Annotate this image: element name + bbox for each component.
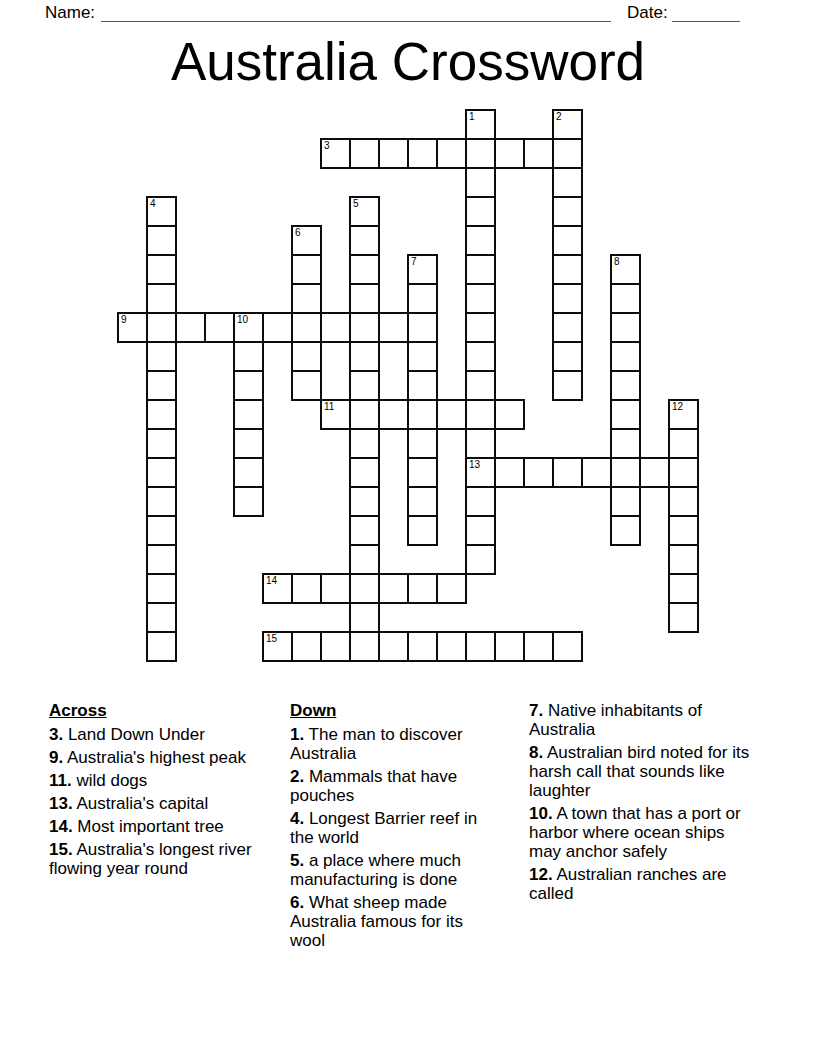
cell-r10c17[interactable] <box>610 399 641 430</box>
cell-r7c0[interactable]: 9 <box>117 312 148 343</box>
clue-item-number: 8. <box>529 743 543 762</box>
cell-r10c9[interactable] <box>378 399 409 430</box>
cell-r1c13[interactable] <box>494 138 525 169</box>
cell-r0c12[interactable]: 1 <box>465 109 496 140</box>
cell-r10c10[interactable] <box>407 399 438 430</box>
date-label: Date: <box>627 3 668 23</box>
clue-down-1: 1. The man to discover Australia <box>290 725 501 763</box>
clue-across-9: 9. Australia's highest peak <box>49 748 264 767</box>
cell-r5c6[interactable] <box>291 254 322 285</box>
cell-r8c6[interactable] <box>291 341 322 372</box>
clue-number: 3 <box>324 140 330 152</box>
clue-across-3: 3. Land Down Under <box>49 725 264 744</box>
cell-r6c15[interactable] <box>552 283 583 314</box>
cell-r8c12[interactable] <box>465 341 496 372</box>
cell-r7c17[interactable] <box>610 312 641 343</box>
cell-r6c10[interactable] <box>407 283 438 314</box>
cell-r16c10[interactable] <box>407 573 438 604</box>
cell-r13c17[interactable] <box>610 486 641 517</box>
clue-down-6: 6. What sheep made Australia famous for … <box>290 893 501 950</box>
cell-r12c15[interactable] <box>552 457 583 488</box>
cell-r10c12[interactable] <box>465 399 496 430</box>
cell-r4c1[interactable] <box>146 225 177 256</box>
clue-item-number: 7. <box>529 701 543 720</box>
cell-r18c7[interactable] <box>320 631 351 662</box>
cell-r13c1[interactable] <box>146 486 177 517</box>
cell-r1c9[interactable] <box>378 138 409 169</box>
cell-r16c8[interactable] <box>349 573 380 604</box>
cell-r4c15[interactable] <box>552 225 583 256</box>
cell-r10c11[interactable] <box>436 399 467 430</box>
cell-r7c8[interactable] <box>349 312 380 343</box>
cell-r17c8[interactable] <box>349 602 380 633</box>
cell-r1c10[interactable] <box>407 138 438 169</box>
cell-r12c1[interactable] <box>146 457 177 488</box>
clue-number: 6 <box>295 227 301 239</box>
cell-r1c15[interactable] <box>552 138 583 169</box>
cell-r11c10[interactable] <box>407 428 438 459</box>
cell-r5c17[interactable]: 8 <box>610 254 641 285</box>
cell-r6c8[interactable] <box>349 283 380 314</box>
clue-number: 13 <box>469 459 480 471</box>
clue-item-number: 4. <box>290 809 304 828</box>
cell-r14c10[interactable] <box>407 515 438 546</box>
cell-r18c10[interactable] <box>407 631 438 662</box>
cell-r4c8[interactable] <box>349 225 380 256</box>
clue-down-4: 4. Longest Barrier reef in the world <box>290 809 501 847</box>
cell-r5c15[interactable] <box>552 254 583 285</box>
down-clues-column-continued: 7. Native inhabitants of Australia8. Aus… <box>529 701 755 907</box>
down-clues-column: Down 1. The man to discover Australia2. … <box>290 701 501 954</box>
cell-r6c1[interactable] <box>146 283 177 314</box>
cell-r12c8[interactable] <box>349 457 380 488</box>
cell-r16c7[interactable] <box>320 573 351 604</box>
cell-r18c6[interactable] <box>291 631 322 662</box>
cell-r11c17[interactable] <box>610 428 641 459</box>
cell-r14c8[interactable] <box>349 515 380 546</box>
cell-r11c1[interactable] <box>146 428 177 459</box>
cell-r11c8[interactable] <box>349 428 380 459</box>
page-title: Australia Crossword <box>0 31 816 92</box>
cell-r17c1[interactable] <box>146 602 177 633</box>
cell-r12c14[interactable] <box>523 457 554 488</box>
clue-item-number: 5. <box>290 851 304 870</box>
cell-r13c19[interactable] <box>668 486 699 517</box>
clue-across-15: 15. Australia's longest river flowing ye… <box>49 840 264 878</box>
clue-down-7: 7. Native inhabitants of Australia <box>529 701 755 739</box>
cell-r18c1[interactable] <box>146 631 177 662</box>
cell-r7c4[interactable]: 10 <box>233 312 264 343</box>
cell-r1c14[interactable] <box>523 138 554 169</box>
clue-item-number: 15. <box>49 840 73 859</box>
across-clue-list: 3. Land Down Under9. Australia's highest… <box>49 725 264 878</box>
cell-r14c12[interactable] <box>465 515 496 546</box>
clue-down-8: 8. Australian bird noted for its harsh c… <box>529 743 755 800</box>
cell-r0c15[interactable]: 2 <box>552 109 583 140</box>
cell-r18c11[interactable] <box>436 631 467 662</box>
clue-number: 1 <box>469 111 475 123</box>
cell-r1c11[interactable] <box>436 138 467 169</box>
cell-r10c8[interactable] <box>349 399 380 430</box>
cell-r1c7[interactable]: 3 <box>320 138 351 169</box>
cell-r12c18[interactable] <box>639 457 670 488</box>
clue-number: 9 <box>121 314 127 326</box>
cell-r9c6[interactable] <box>291 370 322 401</box>
cell-r8c1[interactable] <box>146 341 177 372</box>
clue-down-2: 2. Mammals that have pouches <box>290 767 501 805</box>
cell-r12c16[interactable] <box>581 457 612 488</box>
clue-number: 4 <box>150 198 156 210</box>
cell-r9c17[interactable] <box>610 370 641 401</box>
clue-down-12: 12. Australian ranches are called <box>529 865 755 903</box>
name-label: Name: <box>45 3 95 23</box>
cell-r4c6[interactable]: 6 <box>291 225 322 256</box>
cell-r18c8[interactable] <box>349 631 380 662</box>
cell-r17c19[interactable] <box>668 602 699 633</box>
cell-r18c12[interactable] <box>465 631 496 662</box>
cell-r2c15[interactable] <box>552 167 583 198</box>
cell-r3c1[interactable]: 4 <box>146 196 177 227</box>
cell-r9c10[interactable] <box>407 370 438 401</box>
cell-r9c1[interactable] <box>146 370 177 401</box>
cell-r3c15[interactable] <box>552 196 583 227</box>
clue-number: 10 <box>237 314 248 326</box>
clue-across-13: 13. Australia's capital <box>49 794 264 813</box>
clue-item-number: 1. <box>290 725 304 744</box>
down-heading: Down <box>290 701 501 720</box>
clue-number: 5 <box>353 198 359 210</box>
cell-r10c19[interactable]: 12 <box>668 399 699 430</box>
clue-down-10: 10. A town that has a port or harbor whe… <box>529 804 755 861</box>
down-clue-list-right: 7. Native inhabitants of Australia8. Aus… <box>529 701 755 903</box>
cell-r18c15[interactable] <box>552 631 583 662</box>
cell-r10c4[interactable] <box>233 399 264 430</box>
cell-r13c4[interactable] <box>233 486 264 517</box>
cell-r11c4[interactable] <box>233 428 264 459</box>
cell-r12c12[interactable]: 13 <box>465 457 496 488</box>
date-field-line[interactable] <box>672 4 740 22</box>
cell-r16c11[interactable] <box>436 573 467 604</box>
clue-item-number: 12. <box>529 865 553 884</box>
clue-item-number: 11. <box>49 771 72 790</box>
cell-r16c9[interactable] <box>378 573 409 604</box>
cell-r8c10[interactable] <box>407 341 438 372</box>
cell-r9c12[interactable] <box>465 370 496 401</box>
cell-r6c6[interactable] <box>291 283 322 314</box>
cell-r6c12[interactable] <box>465 283 496 314</box>
cell-r12c13[interactable] <box>494 457 525 488</box>
cell-r14c1[interactable] <box>146 515 177 546</box>
cell-r18c9[interactable] <box>378 631 409 662</box>
cell-r11c12[interactable] <box>465 428 496 459</box>
cell-r8c4[interactable] <box>233 341 264 372</box>
cell-r18c14[interactable] <box>523 631 554 662</box>
cell-r8c8[interactable] <box>349 341 380 372</box>
name-field-line[interactable] <box>101 4 611 22</box>
clue-number: 12 <box>672 401 683 413</box>
cell-r9c8[interactable] <box>349 370 380 401</box>
cell-r12c17[interactable] <box>610 457 641 488</box>
across-heading: Across <box>49 701 264 720</box>
cell-r13c12[interactable] <box>465 486 496 517</box>
clue-across-11: 11. wild dogs <box>49 771 264 790</box>
cell-r15c8[interactable] <box>349 544 380 575</box>
clue-item-number: 13. <box>49 794 73 813</box>
cell-r5c12[interactable] <box>465 254 496 285</box>
clue-number: 14 <box>266 575 277 587</box>
cell-r11c19[interactable] <box>668 428 699 459</box>
cell-r5c10[interactable]: 7 <box>407 254 438 285</box>
cell-r7c12[interactable] <box>465 312 496 343</box>
cell-r12c4[interactable] <box>233 457 264 488</box>
clue-number: 11 <box>324 401 334 413</box>
cell-r9c4[interactable] <box>233 370 264 401</box>
cell-r1c8[interactable] <box>349 138 380 169</box>
cell-r15c19[interactable] <box>668 544 699 575</box>
cell-r7c6[interactable] <box>291 312 322 343</box>
cell-r7c7[interactable] <box>320 312 351 343</box>
cell-r15c12[interactable] <box>465 544 496 575</box>
cell-r16c19[interactable] <box>668 573 699 604</box>
cell-r7c9[interactable] <box>378 312 409 343</box>
cell-r13c10[interactable] <box>407 486 438 517</box>
cell-r7c3[interactable] <box>204 312 235 343</box>
clue-item-number: 10. <box>529 804 553 823</box>
clue-number: 15 <box>266 633 277 645</box>
cell-r10c1[interactable] <box>146 399 177 430</box>
clue-item-number: 14. <box>49 817 73 836</box>
cell-r7c10[interactable] <box>407 312 438 343</box>
clue-item-number: 6. <box>290 893 304 912</box>
cell-r2c12[interactable] <box>465 167 496 198</box>
cell-r12c19[interactable] <box>668 457 699 488</box>
cell-r7c1[interactable] <box>146 312 177 343</box>
clue-item-number: 9. <box>49 748 63 767</box>
clue-number: 8 <box>614 256 620 268</box>
cell-r7c2[interactable] <box>175 312 206 343</box>
clue-number: 7 <box>411 256 417 268</box>
cell-r18c13[interactable] <box>494 631 525 662</box>
clue-item-number: 2. <box>290 767 304 786</box>
cell-r7c5[interactable] <box>262 312 293 343</box>
cell-r8c17[interactable] <box>610 341 641 372</box>
worksheet-page: Name: Date: Australia Crossword 12345678… <box>0 0 816 1056</box>
clue-item-number: 3. <box>49 725 63 744</box>
cell-r13c8[interactable] <box>349 486 380 517</box>
cell-r10c7[interactable]: 11 <box>320 399 351 430</box>
cell-r1c12[interactable] <box>465 138 496 169</box>
cell-r12c10[interactable] <box>407 457 438 488</box>
clue-across-14: 14. Most important tree <box>49 817 264 836</box>
cell-r16c6[interactable] <box>291 573 322 604</box>
cell-r5c1[interactable] <box>146 254 177 285</box>
cell-r15c1[interactable] <box>146 544 177 575</box>
cell-r8c15[interactable] <box>552 341 583 372</box>
down-clue-list-left: 1. The man to discover Australia2. Mamma… <box>290 725 501 950</box>
clue-number: 2 <box>556 111 562 123</box>
cell-r7c15[interactable] <box>552 312 583 343</box>
cell-r16c1[interactable] <box>146 573 177 604</box>
cell-r3c12[interactable] <box>465 196 496 227</box>
cell-r9c15[interactable] <box>552 370 583 401</box>
cell-r14c19[interactable] <box>668 515 699 546</box>
cell-r6c17[interactable] <box>610 283 641 314</box>
cell-r10c13[interactable] <box>494 399 525 430</box>
cell-r18c5[interactable]: 15 <box>262 631 293 662</box>
crossword-grid: 123456789101112131415 <box>118 110 698 661</box>
cell-r14c17[interactable] <box>610 515 641 546</box>
clue-down-5: 5. a place where much manufacturing is d… <box>290 851 501 889</box>
cell-r5c8[interactable] <box>349 254 380 285</box>
across-clues-column: Across 3. Land Down Under9. Australia's … <box>49 701 264 882</box>
cell-r16c5[interactable]: 14 <box>262 573 293 604</box>
cell-r4c12[interactable] <box>465 225 496 256</box>
cell-r3c8[interactable]: 5 <box>349 196 380 227</box>
